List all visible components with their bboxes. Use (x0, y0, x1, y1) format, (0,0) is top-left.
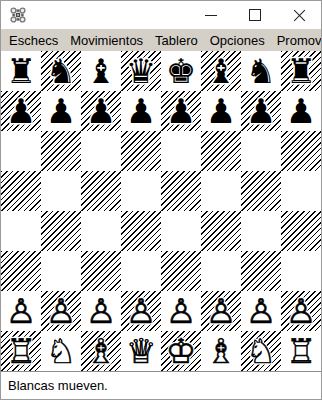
menu-item-promover-pieza[interactable]: Promover pieza (271, 33, 322, 48)
piece-black-queen[interactable]: ♛♛ (121, 51, 161, 91)
maximize-button[interactable] (233, 1, 277, 29)
square-c1[interactable]: ♝♗ (81, 331, 121, 371)
square-e6[interactable] (161, 131, 201, 171)
square-f1[interactable]: ♝♗ (201, 331, 241, 371)
piece-black-pawn[interactable]: ♟♟ (201, 91, 241, 131)
square-f3[interactable] (201, 251, 241, 291)
piece-white-knight[interactable]: ♞♘ (41, 331, 81, 371)
square-g7[interactable]: ♟♟ (241, 91, 281, 131)
piece-white-knight[interactable]: ♞♘ (241, 331, 281, 371)
piece-white-king[interactable]: ♚♔ (161, 331, 201, 371)
piece-glyph: ♝ (206, 51, 236, 91)
piece-glyph: ♟ (166, 91, 196, 131)
piece-glyph: ♛ (126, 51, 156, 91)
close-button[interactable] (277, 1, 321, 29)
menu-item-opciones[interactable]: Opciones (204, 33, 271, 48)
square-d3[interactable] (121, 251, 161, 291)
square-a8[interactable]: ♜♜ (1, 51, 41, 91)
piece-black-bishop[interactable]: ♝♝ (201, 51, 241, 91)
piece-glyph: ♟ (46, 91, 76, 131)
piece-glyph: ♙ (206, 291, 236, 331)
piece-black-pawn[interactable]: ♟♟ (41, 91, 81, 131)
square-b5[interactable] (41, 171, 81, 211)
square-b2[interactable]: ♟♙ (41, 291, 81, 331)
piece-glyph: ♙ (46, 291, 76, 331)
piece-white-bishop[interactable]: ♝♗ (201, 331, 241, 371)
titlebar (1, 1, 321, 29)
square-d4[interactable] (121, 211, 161, 251)
square-g4[interactable] (241, 211, 281, 251)
piece-glyph: ♙ (126, 291, 156, 331)
piece-black-pawn[interactable]: ♟♟ (281, 91, 321, 131)
piece-glyph: ♜ (286, 51, 316, 91)
square-c4[interactable] (81, 211, 121, 251)
piece-black-rook[interactable]: ♜♜ (281, 51, 321, 91)
square-a1[interactable]: ♜♖ (1, 331, 41, 371)
square-f7[interactable]: ♟♟ (201, 91, 241, 131)
minimize-icon (205, 15, 217, 16)
square-e7[interactable]: ♟♟ (161, 91, 201, 131)
square-b8[interactable]: ♞♞ (41, 51, 81, 91)
piece-glyph: ♙ (246, 291, 276, 331)
square-g8[interactable]: ♞♞ (241, 51, 281, 91)
statusbar: Blancas mueven. (1, 371, 321, 399)
square-a2[interactable]: ♟♙ (1, 291, 41, 331)
square-b3[interactable] (41, 251, 81, 291)
square-d7[interactable]: ♟♟ (121, 91, 161, 131)
square-c5[interactable] (81, 171, 121, 211)
square-e3[interactable] (161, 251, 201, 291)
square-b7[interactable]: ♟♟ (41, 91, 81, 131)
piece-glyph: ♕ (126, 331, 156, 371)
menu-item-eschecs[interactable]: Eschecs (3, 33, 64, 48)
square-b4[interactable] (41, 211, 81, 251)
square-f4[interactable] (201, 211, 241, 251)
square-h7[interactable]: ♟♟ (281, 91, 321, 131)
square-g5[interactable] (241, 171, 281, 211)
square-c3[interactable] (81, 251, 121, 291)
menu-item-tablero[interactable]: Tablero (149, 33, 204, 48)
piece-white-pawn[interactable]: ♟♙ (121, 291, 161, 331)
square-c8[interactable]: ♝♝ (81, 51, 121, 91)
piece-glyph: ♘ (46, 331, 76, 371)
square-h3[interactable] (281, 251, 321, 291)
piece-white-pawn[interactable]: ♟♙ (81, 291, 121, 331)
square-e5[interactable] (161, 171, 201, 211)
square-h8[interactable]: ♜♜ (281, 51, 321, 91)
square-e4[interactable] (161, 211, 201, 251)
square-a4[interactable] (1, 211, 41, 251)
square-c2[interactable]: ♟♙ (81, 291, 121, 331)
piece-white-rook[interactable]: ♜♖ (281, 331, 321, 371)
piece-glyph: ♜ (6, 51, 36, 91)
piece-black-knight[interactable]: ♞♞ (241, 51, 281, 91)
square-g1[interactable]: ♞♘ (241, 331, 281, 371)
square-h2[interactable]: ♟♙ (281, 291, 321, 331)
square-c7[interactable]: ♟♟ (81, 91, 121, 131)
square-d2[interactable]: ♟♙ (121, 291, 161, 331)
square-f2[interactable]: ♟♙ (201, 291, 241, 331)
square-h5[interactable] (281, 171, 321, 211)
piece-glyph: ♞ (46, 51, 76, 91)
square-f8[interactable]: ♝♝ (201, 51, 241, 91)
piece-black-pawn[interactable]: ♟♟ (241, 91, 281, 131)
piece-white-pawn[interactable]: ♟♙ (241, 291, 281, 331)
square-d8[interactable]: ♛♛ (121, 51, 161, 91)
square-b1[interactable]: ♞♘ (41, 331, 81, 371)
piece-glyph: ♙ (6, 291, 36, 331)
square-d6[interactable] (121, 131, 161, 171)
status-text: Blancas mueven. (8, 378, 108, 393)
piece-glyph: ♙ (86, 291, 116, 331)
piece-black-pawn[interactable]: ♟♟ (1, 91, 41, 131)
piece-glyph: ♔ (166, 331, 196, 371)
piece-glyph: ♘ (246, 331, 276, 371)
square-g6[interactable] (241, 131, 281, 171)
piece-glyph: ♗ (86, 331, 116, 371)
piece-glyph: ♙ (286, 291, 316, 331)
square-e8[interactable]: ♚♚ (161, 51, 201, 91)
square-f6[interactable] (201, 131, 241, 171)
piece-glyph: ♗ (206, 331, 236, 371)
piece-black-knight[interactable]: ♞♞ (41, 51, 81, 91)
piece-black-pawn[interactable]: ♟♟ (161, 91, 201, 131)
piece-white-bishop[interactable]: ♝♗ (81, 331, 121, 371)
square-b6[interactable] (41, 131, 81, 171)
chess-board: ♜♜♞♞♝♝♛♛♚♚♝♝♞♞♜♜♟♟♟♟♟♟♟♟♟♟♟♟♟♟♟♟♟♙♟♙♟♙♟♙… (1, 51, 321, 371)
square-f5[interactable] (201, 171, 241, 211)
minimize-button[interactable] (189, 1, 233, 29)
piece-white-pawn[interactable]: ♟♙ (201, 291, 241, 331)
piece-black-king[interactable]: ♚♚ (161, 51, 201, 91)
square-d5[interactable] (121, 171, 161, 211)
square-g3[interactable] (241, 251, 281, 291)
piece-glyph: ♟ (6, 91, 36, 131)
piece-glyph: ♞ (246, 51, 276, 91)
square-h4[interactable] (281, 211, 321, 251)
square-a3[interactable] (1, 251, 41, 291)
app-window: Eschecs Movimientos Tablero Opciones Pro… (0, 0, 322, 400)
square-g2[interactable]: ♟♙ (241, 291, 281, 331)
piece-glyph: ♟ (206, 91, 236, 131)
piece-white-pawn[interactable]: ♟♙ (1, 291, 41, 331)
square-h1[interactable]: ♜♖ (281, 331, 321, 371)
piece-white-pawn[interactable]: ♟♙ (281, 291, 321, 331)
menubar: Eschecs Movimientos Tablero Opciones Pro… (1, 29, 321, 51)
maximize-icon (249, 9, 261, 21)
square-a7[interactable]: ♟♟ (1, 91, 41, 131)
menu-item-movimientos[interactable]: Movimientos (64, 33, 149, 48)
app-icon[interactable] (10, 7, 26, 23)
square-e2[interactable]: ♟♙ (161, 291, 201, 331)
piece-black-pawn[interactable]: ♟♟ (81, 91, 121, 131)
piece-glyph: ♚ (166, 51, 196, 91)
close-icon (293, 9, 306, 22)
square-a6[interactable] (1, 131, 41, 171)
square-d1[interactable]: ♛♕ (121, 331, 161, 371)
square-a5[interactable] (1, 171, 41, 211)
piece-glyph: ♟ (86, 91, 116, 131)
piece-glyph: ♖ (286, 331, 316, 371)
square-h6[interactable] (281, 131, 321, 171)
piece-white-queen[interactable]: ♛♕ (121, 331, 161, 371)
piece-glyph: ♟ (126, 91, 156, 131)
piece-white-pawn[interactable]: ♟♙ (41, 291, 81, 331)
piece-glyph: ♙ (166, 291, 196, 331)
piece-glyph: ♟ (286, 91, 316, 131)
piece-glyph: ♝ (86, 51, 116, 91)
piece-black-pawn[interactable]: ♟♟ (121, 91, 161, 131)
piece-black-bishop[interactable]: ♝♝ (81, 51, 121, 91)
piece-white-pawn[interactable]: ♟♙ (161, 291, 201, 331)
square-c6[interactable] (81, 131, 121, 171)
piece-glyph: ♖ (6, 331, 36, 371)
piece-black-rook[interactable]: ♜♜ (1, 51, 41, 91)
piece-glyph: ♟ (246, 91, 276, 131)
piece-white-rook[interactable]: ♜♖ (1, 331, 41, 371)
square-e1[interactable]: ♚♔ (161, 331, 201, 371)
